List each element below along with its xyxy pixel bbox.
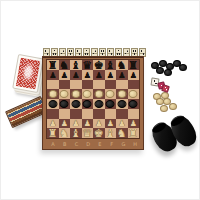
square-e6	[93, 80, 105, 90]
white-checker-piece	[71, 90, 80, 98]
square-g3	[116, 109, 128, 119]
white-chess-piece: ♟	[107, 120, 114, 128]
square-a7: ♟	[47, 70, 59, 80]
file-label: D	[82, 141, 94, 148]
white-chess-piece: ♟	[72, 120, 79, 128]
black-chess-piece: ♟	[49, 72, 56, 80]
file-label: F	[106, 141, 118, 148]
square-d7: ♟	[82, 70, 94, 80]
square-h6	[128, 80, 140, 90]
square-f6	[105, 80, 117, 90]
white-checker-piece	[160, 105, 168, 112]
white-chess-piece: ♟	[49, 120, 56, 128]
square-e8: ♚	[93, 60, 105, 70]
black-checker-piece	[48, 100, 57, 108]
square-h5	[128, 89, 140, 99]
black-chess-piece: ♟	[130, 72, 137, 80]
white-checker-piece	[48, 90, 57, 98]
black-checker-piece	[129, 100, 138, 108]
square-a2: ♟	[47, 119, 59, 129]
square-h2: ♟	[128, 119, 140, 129]
white-chess-piece: ♟	[118, 120, 125, 128]
file-label: C	[71, 141, 83, 148]
black-chess-piece: ♟	[107, 72, 114, 80]
square-b8: ♞	[59, 60, 71, 70]
white-checker-piece	[106, 90, 115, 98]
white-chess-piece: ♟	[61, 120, 68, 128]
black-chess-piece: ♟	[95, 72, 102, 80]
white-checker-piece	[129, 90, 138, 98]
square-c4	[70, 99, 82, 109]
square-c6	[70, 80, 82, 90]
black-checker-piece	[83, 100, 92, 108]
white-chess-piece: ♞	[59, 128, 69, 139]
file-coordinates: ABCDEFGH	[47, 141, 141, 148]
square-e7: ♟	[93, 70, 105, 80]
square-g5	[116, 89, 128, 99]
square-g2: ♟	[116, 119, 128, 129]
file-label: E	[94, 141, 106, 148]
white-chess-piece: ♜	[128, 128, 138, 139]
square-b3	[59, 109, 71, 119]
white-chess-piece: ♝	[105, 128, 115, 139]
square-f1: ♝	[105, 128, 117, 138]
square-d3	[82, 109, 94, 119]
black-chess-piece: ♟	[72, 72, 79, 80]
square-b1: ♞	[59, 128, 71, 138]
white-chess-piece: ♟	[84, 120, 91, 128]
white-checker-piece	[83, 90, 92, 98]
square-e2: ♟	[93, 119, 105, 129]
square-b4	[59, 99, 71, 109]
file-label: A	[47, 141, 59, 148]
square-a8: ♜	[47, 60, 59, 70]
black-checker-piece	[164, 69, 172, 76]
square-b2: ♟	[59, 119, 71, 129]
square-d2: ♟	[82, 119, 94, 129]
file-label: B	[59, 141, 71, 148]
square-d8: ♛	[82, 60, 94, 70]
black-chess-piece: ♟	[84, 72, 91, 80]
square-g7: ♟	[116, 70, 128, 80]
white-checker-piece	[169, 103, 177, 110]
square-a4	[47, 99, 59, 109]
square-b5	[59, 89, 71, 99]
chessboard-grid: ♜♞♝♛♚♝♞♜♟♟♟♟♟♟♟♟♟♟♟♟♟♟♟♟♜♞♝♛♚♝♞♜	[46, 59, 140, 139]
square-f8: ♝	[105, 60, 117, 70]
white-chess-piece: ♛	[82, 128, 92, 139]
square-h7: ♟	[128, 70, 140, 80]
square-g6	[116, 80, 128, 90]
square-c1: ♝	[70, 128, 82, 138]
square-h3	[128, 109, 140, 119]
square-g1: ♞	[116, 128, 128, 138]
square-c3	[70, 109, 82, 119]
square-b7: ♟	[59, 70, 71, 80]
games-compendium-photo: ♜♞♝♛♚♝♞♜♟♟♟♟♟♟♟♟♟♟♟♟♟♟♟♟♜♞♝♛♚♝♞♜ ABCDEFG…	[0, 0, 200, 200]
white-chess-piece: ♞	[117, 128, 127, 139]
white-chess-piece: ♟	[130, 120, 137, 128]
square-b6	[59, 80, 71, 90]
black-checker-piece	[94, 100, 103, 108]
square-e5	[93, 89, 105, 99]
square-h8: ♜	[128, 60, 140, 70]
square-a3	[47, 109, 59, 119]
playing-card-deck	[12, 54, 44, 93]
black-checker-piece	[71, 100, 80, 108]
square-d1: ♛	[82, 128, 94, 138]
square-a1: ♜	[47, 128, 59, 138]
square-a6	[47, 80, 59, 90]
square-d4	[82, 99, 94, 109]
black-checker-piece	[179, 64, 187, 71]
black-checker-piece	[156, 67, 164, 74]
square-e3	[93, 109, 105, 119]
black-chess-piece: ♟	[61, 72, 68, 80]
square-f4	[105, 99, 117, 109]
square-f3	[105, 109, 117, 119]
white-checker-piece	[117, 90, 126, 98]
white-chess-piece: ♝	[71, 128, 81, 139]
square-f7: ♟	[105, 70, 117, 80]
white-checker-piece	[60, 90, 69, 98]
square-d6	[82, 80, 94, 90]
black-checker-piece	[117, 100, 126, 108]
square-d5	[82, 89, 94, 99]
square-e1: ♚	[93, 128, 105, 138]
white-checker-piece	[94, 90, 103, 98]
square-e4	[93, 99, 105, 109]
square-f5	[105, 89, 117, 99]
white-chess-piece: ♚	[94, 128, 104, 139]
square-c2: ♟	[70, 119, 82, 129]
square-c5	[70, 89, 82, 99]
file-label: G	[118, 141, 130, 148]
white-chess-piece: ♜	[48, 128, 58, 139]
square-h1: ♜	[128, 128, 140, 138]
black-chess-piece: ♟	[118, 72, 125, 80]
square-g8: ♞	[116, 60, 128, 70]
chessboard: ♜♞♝♛♚♝♞♜♟♟♟♟♟♟♟♟♟♟♟♟♟♟♟♟♜♞♝♛♚♝♞♜ ABCDEFG…	[42, 56, 144, 150]
black-checker-piece	[106, 100, 115, 108]
square-a5	[47, 89, 59, 99]
square-c8: ♝	[70, 60, 82, 70]
square-f2: ♟	[105, 119, 117, 129]
square-c7: ♟	[70, 70, 82, 80]
black-checker-piece	[60, 100, 69, 108]
square-h4	[128, 99, 140, 109]
white-chess-piece: ♟	[95, 120, 102, 128]
file-label: H	[129, 141, 141, 148]
square-g4	[116, 99, 128, 109]
